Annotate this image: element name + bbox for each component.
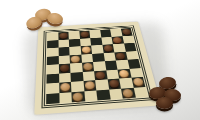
- dark-piece: [59, 33, 68, 40]
- light-piece: [122, 88, 134, 97]
- dark-piece: [95, 71, 106, 79]
- square-b1: [59, 92, 72, 103]
- square-c1: [71, 91, 84, 102]
- board-grid: [46, 28, 148, 104]
- red-piece: [113, 37, 123, 44]
- dark-piece: [59, 64, 69, 72]
- off-board-light-piece: [46, 12, 64, 26]
- dark-piece: [80, 31, 89, 38]
- light-piece: [81, 46, 91, 53]
- light-piece: [84, 81, 95, 90]
- off-board-dark-piece: [156, 97, 173, 109]
- light-piece: [83, 63, 93, 71]
- square-h1: [133, 87, 148, 98]
- light-piece: [71, 55, 81, 63]
- dark-piece: [115, 52, 126, 59]
- square-a1: [46, 93, 59, 104]
- light-piece: [132, 78, 144, 87]
- board-frame-outer-line: [41, 25, 153, 108]
- board-frame-inner-line: [44, 27, 151, 107]
- square-d1: [84, 90, 98, 101]
- checkers-photo-scene: [0, 0, 200, 120]
- light-piece: [60, 83, 70, 92]
- dark-piece: [103, 45, 113, 52]
- dark-piece: [108, 79, 119, 88]
- light-piece: [73, 92, 84, 101]
- dark-piece: [121, 29, 131, 35]
- light-piece: [119, 69, 130, 77]
